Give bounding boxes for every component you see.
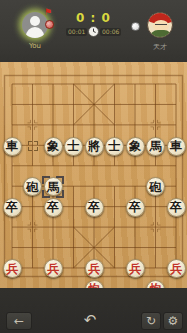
last-move-from-marker <box>28 141 38 151</box>
piece-black-a-d10[interactable]: 士 <box>64 137 83 156</box>
xiangqi-board[interactable]: 車象士將士象馬車砲馬砲卒卒卒卒卒兵兵兵兵兵炮炮俥傌相仕帥仕相傌俥 <box>0 62 187 288</box>
piece-black-p-i7[interactable]: 卒 <box>167 198 186 217</box>
piece-black-p-a7[interactable]: 卒 <box>3 198 22 217</box>
piece-black-p-e7[interactable]: 卒 <box>85 198 104 217</box>
piece-black-c-b8[interactable]: 砲 <box>23 177 42 196</box>
right-player-name: 天才 <box>140 42 180 52</box>
piece-red-p-c4[interactable]: 兵 <box>44 259 63 278</box>
black-side-badge <box>131 22 140 31</box>
piece-black-a-f10[interactable]: 士 <box>105 137 124 156</box>
xiangqi-app: ⚑ You 0 : 0 00:01 00:06 天才 車象士將士象馬車砲馬砲卒卒… <box>0 0 187 333</box>
piece-red-p-a4[interactable]: 兵 <box>3 259 22 278</box>
opponent-avatar-icon <box>147 12 173 38</box>
piece-black-k-e10[interactable]: 將 <box>85 137 104 156</box>
piece-red-p-e4[interactable]: 兵 <box>85 259 104 278</box>
back-button[interactable]: ← <box>6 312 32 330</box>
right-player-avatar[interactable] <box>145 10 175 40</box>
left-player-clock: 00:01 <box>66 28 87 36</box>
piece-black-r-a10[interactable]: 車 <box>3 137 22 156</box>
piece-red-p-i4[interactable]: 兵 <box>167 259 186 278</box>
piece-black-b-c10[interactable]: 象 <box>44 137 63 156</box>
piece-black-r-i10[interactable]: 車 <box>167 137 186 156</box>
piece-black-n-c8[interactable]: 馬 <box>44 177 63 196</box>
piece-red-p-g4[interactable]: 兵 <box>126 259 145 278</box>
top-bar: ⚑ You 0 : 0 00:01 00:06 天才 <box>0 0 187 62</box>
left-player-name: You <box>15 42 55 50</box>
restart-button[interactable]: ↻ <box>141 312 161 330</box>
piece-black-c-h8[interactable]: 砲 <box>146 177 165 196</box>
undo-move-button[interactable]: ↶ <box>80 312 100 330</box>
piece-black-n-h10[interactable]: 馬 <box>146 137 165 156</box>
clock-icon <box>88 26 99 37</box>
right-player-clock: 00:06 <box>100 28 121 36</box>
bottom-bar: ← ↶ ↻ ⚙ <box>0 288 187 333</box>
settings-button[interactable]: ⚙ <box>163 312 183 330</box>
piece-black-p-g7[interactable]: 卒 <box>126 198 145 217</box>
piece-black-b-g10[interactable]: 象 <box>126 137 145 156</box>
piece-black-p-c7[interactable]: 卒 <box>44 198 63 217</box>
